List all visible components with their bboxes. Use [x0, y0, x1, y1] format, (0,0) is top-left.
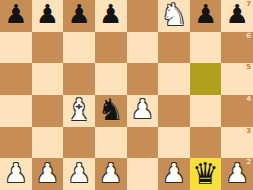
- black-pawn-d7-icon[interactable]: ♟: [99, 0, 122, 30]
- square-g2[interactable]: ♛: [190, 158, 222, 190]
- square-f7[interactable]: ♞: [158, 0, 190, 32]
- square-a5[interactable]: [0, 63, 32, 95]
- square-c5[interactable]: [63, 63, 95, 95]
- square-h2[interactable]: 2♟: [221, 158, 253, 190]
- square-e4[interactable]: ♟: [127, 95, 159, 127]
- square-b7[interactable]: ♟: [32, 0, 64, 32]
- white-pawn-d2-icon[interactable]: ♟: [99, 158, 122, 189]
- black-pawn-b7-icon[interactable]: ♟: [36, 0, 59, 30]
- rank-label-6: 6: [246, 32, 251, 40]
- square-d3[interactable]: [95, 127, 127, 159]
- rank-label-3: 3: [246, 127, 251, 135]
- white-bishop-c4-icon[interactable]: ♝: [66, 94, 93, 125]
- square-e6[interactable]: [127, 32, 159, 64]
- white-pawn-a2-icon[interactable]: ♟: [4, 158, 27, 189]
- square-e7[interactable]: [127, 0, 159, 32]
- square-g5[interactable]: [190, 63, 222, 95]
- square-c7[interactable]: ♟: [63, 0, 95, 32]
- square-b3[interactable]: [32, 127, 64, 159]
- black-pawn-c7-icon[interactable]: ♟: [67, 0, 90, 30]
- black-pawn-h7-icon[interactable]: ♟: [226, 0, 249, 30]
- square-c4[interactable]: ♝: [63, 95, 95, 127]
- square-a2[interactable]: ♟: [0, 158, 32, 190]
- square-g3[interactable]: [190, 127, 222, 159]
- black-knight-d4-icon[interactable]: ♞: [97, 94, 124, 125]
- white-knight-f7-icon[interactable]: ♞: [160, 0, 187, 30]
- white-pawn-f2-icon[interactable]: ♟: [162, 158, 185, 189]
- square-e5[interactable]: [127, 63, 159, 95]
- square-a6[interactable]: [0, 32, 32, 64]
- square-h7[interactable]: 7♟: [221, 0, 253, 32]
- black-pawn-a7-icon[interactable]: ♟: [4, 0, 27, 30]
- square-d4[interactable]: ♞: [95, 95, 127, 127]
- square-f4[interactable]: [158, 95, 190, 127]
- square-c3[interactable]: [63, 127, 95, 159]
- square-e3[interactable]: [127, 127, 159, 159]
- square-h6[interactable]: 6: [221, 32, 253, 64]
- square-h3[interactable]: 3: [221, 127, 253, 159]
- black-pawn-g7-icon[interactable]: ♟: [194, 0, 217, 30]
- square-g4[interactable]: [190, 95, 222, 127]
- square-e2[interactable]: [127, 158, 159, 190]
- square-f3[interactable]: [158, 127, 190, 159]
- square-c6[interactable]: [63, 32, 95, 64]
- square-d5[interactable]: [95, 63, 127, 95]
- square-b2[interactable]: ♟: [32, 158, 64, 190]
- square-a7[interactable]: ♟: [0, 0, 32, 32]
- rank-label-4: 4: [246, 95, 251, 103]
- square-f2[interactable]: ♟: [158, 158, 190, 190]
- square-f6[interactable]: [158, 32, 190, 64]
- square-c2[interactable]: ♟: [63, 158, 95, 190]
- square-b6[interactable]: [32, 32, 64, 64]
- white-pawn-e4-icon[interactable]: ♟: [131, 94, 154, 125]
- black-queen-g2-icon[interactable]: ♛: [192, 158, 219, 189]
- square-b4[interactable]: [32, 95, 64, 127]
- square-a3[interactable]: [0, 127, 32, 159]
- square-h4[interactable]: 4: [221, 95, 253, 127]
- square-d7[interactable]: ♟: [95, 0, 127, 32]
- square-d6[interactable]: [95, 32, 127, 64]
- white-pawn-h2-icon[interactable]: ♟: [226, 158, 249, 189]
- square-d2[interactable]: ♟: [95, 158, 127, 190]
- white-pawn-b2-icon[interactable]: ♟: [36, 158, 59, 189]
- square-h5[interactable]: 5: [221, 63, 253, 95]
- chess-board: ♟♟♟♟♞♟7♟65♝♞♟43♟♟♟♟♟♛2♟: [0, 0, 253, 190]
- rank-label-5: 5: [246, 63, 251, 71]
- square-g7[interactable]: ♟: [190, 0, 222, 32]
- square-g6[interactable]: [190, 32, 222, 64]
- square-a4[interactable]: [0, 95, 32, 127]
- square-f5[interactable]: [158, 63, 190, 95]
- square-b5[interactable]: [32, 63, 64, 95]
- white-pawn-c2-icon[interactable]: ♟: [67, 158, 90, 189]
